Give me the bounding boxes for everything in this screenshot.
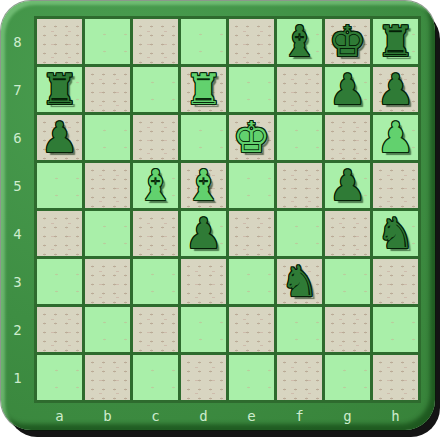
square-f1[interactable] [277,355,322,400]
square-c5[interactable]: ♝ [133,163,178,208]
square-d1[interactable] [181,355,226,400]
square-f5[interactable] [277,163,322,208]
square-f3[interactable]: ♞ [277,259,322,304]
piece-white-pawn[interactable]: ♟ [377,115,415,160]
square-f6[interactable] [277,115,322,160]
square-a2[interactable] [37,307,82,352]
rank-label-4: 4 [1,211,34,256]
square-a5[interactable] [37,163,82,208]
piece-black-pawn[interactable]: ♟ [185,211,223,256]
square-g2[interactable] [325,307,370,352]
file-labels: abcdefgh [34,403,421,429]
rank-labels: 87654321 [1,16,34,403]
square-d8[interactable] [181,19,226,64]
square-h8[interactable]: ♜ [373,19,418,64]
square-a8[interactable] [37,19,82,64]
rank-label-8: 8 [1,19,34,64]
square-h3[interactable] [373,259,418,304]
square-d5[interactable]: ♝ [181,163,226,208]
file-label-f: f [277,403,322,429]
square-e3[interactable] [229,259,274,304]
square-c4[interactable] [133,211,178,256]
piece-black-king[interactable]: ♚ [329,19,367,64]
square-f7[interactable] [277,67,322,112]
square-b4[interactable] [85,211,130,256]
piece-black-pawn[interactable]: ♟ [41,115,79,160]
piece-white-bishop[interactable]: ♝ [185,163,223,208]
file-label-h: h [373,403,418,429]
square-b6[interactable] [85,115,130,160]
square-d2[interactable] [181,307,226,352]
rank-label-3: 3 [1,259,34,304]
rank-label-6: 6 [1,115,34,160]
piece-black-pawn[interactable]: ♟ [329,67,367,112]
rank-label-1: 1 [1,355,34,400]
rank-label-7: 7 [1,67,34,112]
square-a1[interactable] [37,355,82,400]
file-label-b: b [85,403,130,429]
square-b1[interactable] [85,355,130,400]
page: 87654321 ♝♚♜♜♜♟♟♟♚♟♝♝♟♟♞♞ abcdefgh [0,0,444,442]
square-b8[interactable] [85,19,130,64]
square-h1[interactable] [373,355,418,400]
square-g4[interactable] [325,211,370,256]
square-f4[interactable] [277,211,322,256]
file-label-g: g [325,403,370,429]
square-a6[interactable]: ♟ [37,115,82,160]
square-e4[interactable] [229,211,274,256]
square-c3[interactable] [133,259,178,304]
square-e6[interactable]: ♚ [229,115,274,160]
file-label-e: e [229,403,274,429]
square-h2[interactable] [373,307,418,352]
square-h4[interactable]: ♞ [373,211,418,256]
square-b3[interactable] [85,259,130,304]
piece-black-rook[interactable]: ♜ [41,67,79,112]
square-b7[interactable] [85,67,130,112]
square-h6[interactable]: ♟ [373,115,418,160]
piece-black-knight[interactable]: ♞ [281,259,319,304]
piece-white-bishop[interactable]: ♝ [137,163,175,208]
square-f2[interactable] [277,307,322,352]
piece-white-rook[interactable]: ♜ [185,67,223,112]
square-e8[interactable] [229,19,274,64]
piece-black-bishop[interactable]: ♝ [281,19,319,64]
square-g6[interactable] [325,115,370,160]
square-g8[interactable]: ♚ [325,19,370,64]
square-c6[interactable] [133,115,178,160]
square-c1[interactable] [133,355,178,400]
file-label-c: c [133,403,178,429]
square-g1[interactable] [325,355,370,400]
piece-black-knight[interactable]: ♞ [377,211,415,256]
square-g3[interactable] [325,259,370,304]
square-d4[interactable]: ♟ [181,211,226,256]
square-a7[interactable]: ♜ [37,67,82,112]
piece-black-pawn[interactable]: ♟ [329,163,367,208]
file-label-a: a [37,403,82,429]
piece-white-king[interactable]: ♚ [233,115,271,160]
square-a3[interactable] [37,259,82,304]
square-d3[interactable] [181,259,226,304]
square-d7[interactable]: ♜ [181,67,226,112]
rank-label-5: 5 [1,163,34,208]
square-g7[interactable]: ♟ [325,67,370,112]
chess-board-frame: 87654321 ♝♚♜♜♜♟♟♟♚♟♝♝♟♟♞♞ abcdefgh [1,1,435,430]
rank-label-2: 2 [1,307,34,352]
square-h5[interactable] [373,163,418,208]
square-a4[interactable] [37,211,82,256]
square-c2[interactable] [133,307,178,352]
square-e5[interactable] [229,163,274,208]
square-c8[interactable] [133,19,178,64]
square-c7[interactable] [133,67,178,112]
chess-board: ♝♚♜♜♜♟♟♟♚♟♝♝♟♟♞♞ [34,16,421,403]
square-d6[interactable] [181,115,226,160]
square-f8[interactable]: ♝ [277,19,322,64]
square-b5[interactable] [85,163,130,208]
piece-black-rook[interactable]: ♜ [377,19,415,64]
square-b2[interactable] [85,307,130,352]
square-e1[interactable] [229,355,274,400]
file-label-d: d [181,403,226,429]
square-g5[interactable]: ♟ [325,163,370,208]
square-e2[interactable] [229,307,274,352]
piece-black-pawn[interactable]: ♟ [377,67,415,112]
square-h7[interactable]: ♟ [373,67,418,112]
square-e7[interactable] [229,67,274,112]
